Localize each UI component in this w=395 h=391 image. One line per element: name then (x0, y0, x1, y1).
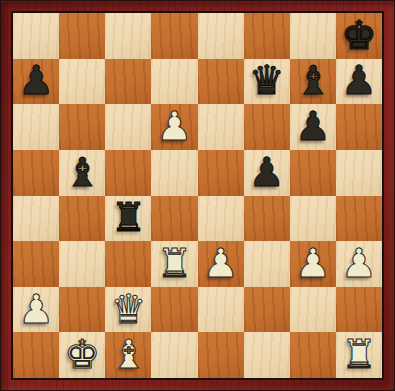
square-h4[interactable] (336, 196, 382, 242)
square-d6[interactable]: ♟ (151, 104, 197, 150)
piece-white-rook[interactable]: ♜ (341, 334, 377, 374)
square-a3[interactable] (13, 241, 59, 287)
square-g6[interactable]: ♟ (290, 104, 336, 150)
square-b1[interactable]: ♚ (59, 332, 105, 378)
square-c8[interactable] (105, 13, 151, 59)
square-e2[interactable] (198, 287, 244, 333)
square-h5[interactable] (336, 150, 382, 196)
square-a2[interactable]: ♟ (13, 287, 59, 333)
square-g8[interactable] (290, 13, 336, 59)
piece-black-pawn[interactable]: ♟ (249, 152, 285, 192)
piece-black-rook[interactable]: ♜ (110, 197, 146, 237)
board-frame: ♚♟♛♝♟♟♟♝♟♜♜♟♟♟♟♛♚♝♜ (0, 0, 395, 391)
square-c7[interactable] (105, 59, 151, 105)
square-d8[interactable] (151, 13, 197, 59)
square-f5[interactable]: ♟ (244, 150, 290, 196)
piece-black-pawn[interactable]: ♟ (18, 60, 54, 100)
square-e7[interactable] (198, 59, 244, 105)
square-b7[interactable] (59, 59, 105, 105)
square-d1[interactable] (151, 332, 197, 378)
square-f2[interactable] (244, 287, 290, 333)
square-c1[interactable]: ♝ (105, 332, 151, 378)
square-c6[interactable] (105, 104, 151, 150)
square-h1[interactable]: ♜ (336, 332, 382, 378)
piece-white-pawn[interactable]: ♟ (341, 243, 377, 283)
piece-black-bishop[interactable]: ♝ (295, 60, 331, 100)
square-c5[interactable] (105, 150, 151, 196)
square-g7[interactable]: ♝ (290, 59, 336, 105)
square-a1[interactable] (13, 332, 59, 378)
square-c2[interactable]: ♛ (105, 287, 151, 333)
piece-white-king[interactable]: ♚ (64, 334, 100, 374)
piece-white-rook[interactable]: ♜ (157, 243, 193, 283)
square-h7[interactable]: ♟ (336, 59, 382, 105)
piece-white-pawn[interactable]: ♟ (18, 289, 54, 329)
square-a6[interactable] (13, 104, 59, 150)
square-e3[interactable]: ♟ (198, 241, 244, 287)
piece-white-pawn[interactable]: ♟ (295, 243, 331, 283)
square-f6[interactable] (244, 104, 290, 150)
square-b8[interactable] (59, 13, 105, 59)
square-a8[interactable] (13, 13, 59, 59)
square-b2[interactable] (59, 287, 105, 333)
piece-white-pawn[interactable]: ♟ (157, 106, 193, 146)
square-d3[interactable]: ♜ (151, 241, 197, 287)
square-e5[interactable] (198, 150, 244, 196)
square-f4[interactable] (244, 196, 290, 242)
piece-white-bishop[interactable]: ♝ (110, 334, 146, 374)
square-g4[interactable] (290, 196, 336, 242)
square-b3[interactable] (59, 241, 105, 287)
chess-board: ♚♟♛♝♟♟♟♝♟♜♜♟♟♟♟♛♚♝♜ (11, 11, 384, 380)
square-d5[interactable] (151, 150, 197, 196)
piece-black-king[interactable]: ♚ (341, 15, 377, 55)
square-f3[interactable] (244, 241, 290, 287)
square-d4[interactable] (151, 196, 197, 242)
square-d7[interactable] (151, 59, 197, 105)
square-g2[interactable] (290, 287, 336, 333)
square-e6[interactable] (198, 104, 244, 150)
square-h2[interactable] (336, 287, 382, 333)
square-b5[interactable]: ♝ (59, 150, 105, 196)
square-c3[interactable] (105, 241, 151, 287)
square-a5[interactable] (13, 150, 59, 196)
piece-white-pawn[interactable]: ♟ (203, 243, 239, 283)
square-f8[interactable] (244, 13, 290, 59)
square-d2[interactable] (151, 287, 197, 333)
square-g5[interactable] (290, 150, 336, 196)
square-c4[interactable]: ♜ (105, 196, 151, 242)
square-b6[interactable] (59, 104, 105, 150)
square-h3[interactable]: ♟ (336, 241, 382, 287)
square-f1[interactable] (244, 332, 290, 378)
piece-black-queen[interactable]: ♛ (249, 60, 285, 100)
square-e8[interactable] (198, 13, 244, 59)
square-a7[interactable]: ♟ (13, 59, 59, 105)
square-g1[interactable] (290, 332, 336, 378)
square-h6[interactable] (336, 104, 382, 150)
piece-white-queen[interactable]: ♛ (110, 289, 146, 329)
piece-black-pawn[interactable]: ♟ (341, 60, 377, 100)
square-e1[interactable] (198, 332, 244, 378)
square-a4[interactable] (13, 196, 59, 242)
piece-black-pawn[interactable]: ♟ (295, 106, 331, 146)
square-g3[interactable]: ♟ (290, 241, 336, 287)
square-h8[interactable]: ♚ (336, 13, 382, 59)
square-f7[interactable]: ♛ (244, 59, 290, 105)
piece-black-bishop[interactable]: ♝ (64, 152, 100, 192)
square-e4[interactable] (198, 196, 244, 242)
square-b4[interactable] (59, 196, 105, 242)
